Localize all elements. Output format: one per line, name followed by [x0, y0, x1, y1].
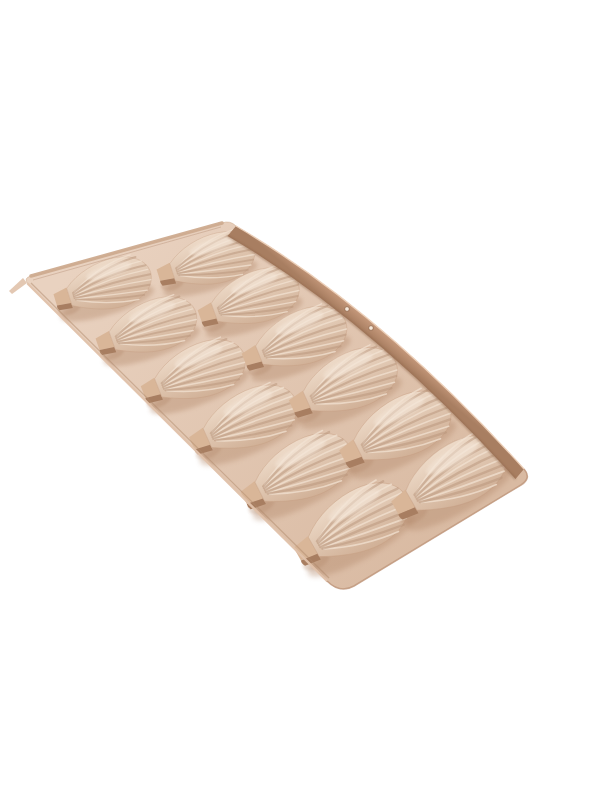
madeleine-pan-photo: [0, 0, 600, 800]
hanging-hole: [345, 307, 350, 312]
photo-stage: [0, 0, 600, 800]
hanging-hole: [369, 326, 374, 331]
